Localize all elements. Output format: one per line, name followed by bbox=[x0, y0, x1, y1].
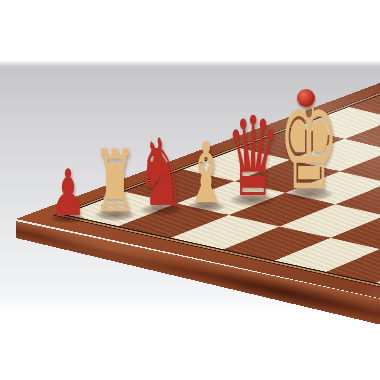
piece-natural-rook[interactable]: ♜ bbox=[93, 148, 138, 215]
chess-set-photo: ♟ ♜ ♞ ♝ ♛ ♚ bbox=[0, 0, 380, 380]
knight-glyph: ♞ bbox=[136, 137, 186, 210]
piece-red-pawn[interactable]: ♟ bbox=[50, 168, 86, 218]
king-finial-ball-icon bbox=[297, 89, 315, 107]
piece-red-knight[interactable]: ♞ bbox=[136, 137, 186, 210]
piece-red-queen[interactable]: ♛ bbox=[226, 114, 280, 200]
rook-glyph: ♜ bbox=[93, 148, 138, 215]
bishop-glyph: ♝ bbox=[184, 140, 228, 206]
pawn-glyph: ♟ bbox=[50, 168, 86, 218]
queen-glyph: ♛ bbox=[226, 114, 280, 200]
piece-natural-bishop[interactable]: ♝ bbox=[184, 140, 228, 206]
